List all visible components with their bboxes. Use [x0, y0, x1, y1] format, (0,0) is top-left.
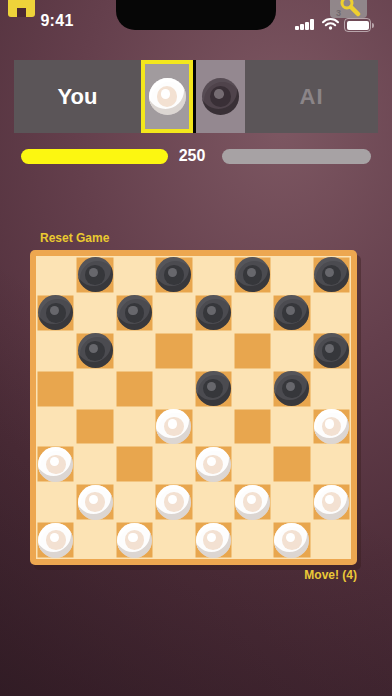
- you-score-bar: [21, 149, 168, 164]
- battery-fill: [347, 21, 369, 30]
- board-square-dark[interactable]: [75, 408, 114, 446]
- board-square-dark[interactable]: [36, 294, 75, 332]
- board-grid: [36, 256, 351, 559]
- ai-label-cell: AI: [245, 60, 378, 133]
- board-square-dark[interactable]: [233, 256, 272, 294]
- board-square-dark[interactable]: [75, 256, 114, 294]
- score-row: 250: [0, 149, 392, 165]
- board-square-light: [115, 256, 154, 294]
- board-square-light: [194, 332, 233, 370]
- board-square-dark[interactable]: [154, 483, 193, 521]
- signal-icon: [295, 19, 317, 30]
- board-square-light: [75, 370, 114, 408]
- board-square-light: [233, 370, 272, 408]
- score-value: 250: [170, 147, 214, 165]
- board-square-light: [75, 294, 114, 332]
- board-square-light: [312, 521, 351, 559]
- black-checker[interactable]: [235, 257, 270, 292]
- board-square-dark[interactable]: [272, 370, 311, 408]
- white-piece-option[interactable]: [141, 60, 193, 133]
- white-checker[interactable]: [78, 485, 113, 520]
- board-square-dark[interactable]: [233, 483, 272, 521]
- battery-tip: [372, 23, 375, 28]
- board-square-light: [194, 483, 233, 521]
- board-square-light: [233, 521, 272, 559]
- board-square-dark[interactable]: [154, 332, 193, 370]
- board-square-dark[interactable]: [154, 256, 193, 294]
- black-checker-icon: [202, 78, 239, 115]
- board-square-dark[interactable]: [233, 332, 272, 370]
- board-square-light: [36, 332, 75, 370]
- white-checker[interactable]: [196, 447, 231, 482]
- white-checker[interactable]: [314, 485, 349, 520]
- white-checker[interactable]: [274, 523, 309, 558]
- white-checker[interactable]: [117, 523, 152, 558]
- player-bar: You AI: [14, 60, 378, 133]
- board-square-dark[interactable]: [233, 408, 272, 446]
- board-square-light: [272, 483, 311, 521]
- magnifier-badge[interactable]: 3: [330, 0, 367, 18]
- board-square-dark[interactable]: [75, 332, 114, 370]
- black-checker[interactable]: [274, 295, 309, 330]
- checkers-board: [30, 250, 357, 565]
- white-checker[interactable]: [38, 447, 73, 482]
- board-square-light: [154, 370, 193, 408]
- board-square-light: [233, 445, 272, 483]
- reset-game-button[interactable]: Reset Game: [40, 231, 109, 245]
- you-label-cell: You: [14, 60, 141, 133]
- black-checker[interactable]: [78, 333, 113, 368]
- board-square-light: [312, 445, 351, 483]
- white-checker[interactable]: [235, 485, 270, 520]
- magnifier-icon: [338, 0, 362, 17]
- board-square-light: [75, 521, 114, 559]
- ai-score-bar: [222, 149, 371, 164]
- ai-label: AI: [300, 84, 324, 110]
- board-square-dark[interactable]: [194, 294, 233, 332]
- white-checker[interactable]: [196, 523, 231, 558]
- board-square-dark[interactable]: [194, 521, 233, 559]
- white-checker[interactable]: [156, 409, 191, 444]
- black-checker[interactable]: [78, 257, 113, 292]
- board-square-light: [272, 408, 311, 446]
- board-square-light: [36, 256, 75, 294]
- white-checker[interactable]: [38, 523, 73, 558]
- board-square-dark[interactable]: [115, 445, 154, 483]
- black-checker[interactable]: [314, 333, 349, 368]
- board-square-dark[interactable]: [36, 521, 75, 559]
- board-square-light: [154, 521, 193, 559]
- board-square-dark[interactable]: [312, 483, 351, 521]
- board-square-light: [233, 294, 272, 332]
- board-square-light: [36, 408, 75, 446]
- board-square-light: [75, 445, 114, 483]
- board-square-light: [194, 256, 233, 294]
- board-square-light: [154, 445, 193, 483]
- black-checker[interactable]: [38, 295, 73, 330]
- black-checker[interactable]: [196, 371, 231, 406]
- battery-icon: [344, 18, 371, 32]
- black-checker[interactable]: [274, 371, 309, 406]
- board-square-light: [312, 370, 351, 408]
- board-square-dark[interactable]: [312, 256, 351, 294]
- board-square-dark[interactable]: [154, 408, 193, 446]
- board-square-dark[interactable]: [272, 521, 311, 559]
- device-notch: [116, 0, 276, 30]
- board-square-dark[interactable]: [36, 445, 75, 483]
- badge-count: 3: [336, 9, 341, 18]
- move-status: Move! (4): [304, 568, 357, 582]
- white-checker[interactable]: [156, 485, 191, 520]
- white-checker-icon: [149, 78, 186, 115]
- home-icon-notch: [17, 8, 26, 17]
- wifi-icon: [322, 18, 339, 30]
- black-checker[interactable]: [196, 295, 231, 330]
- board-square-light: [312, 294, 351, 332]
- white-checker[interactable]: [314, 409, 349, 444]
- board-square-light: [194, 408, 233, 446]
- board-square-dark[interactable]: [194, 445, 233, 483]
- board-square-dark[interactable]: [272, 294, 311, 332]
- board-square-light: [115, 408, 154, 446]
- board-square-dark[interactable]: [36, 370, 75, 408]
- board-square-dark[interactable]: [115, 521, 154, 559]
- board-square-light: [272, 332, 311, 370]
- black-checker[interactable]: [314, 257, 349, 292]
- black-piece-option[interactable]: [193, 60, 245, 133]
- board-square-dark[interactable]: [75, 483, 114, 521]
- board-square-dark[interactable]: [312, 408, 351, 446]
- board-square-dark[interactable]: [272, 445, 311, 483]
- board-square-dark[interactable]: [115, 294, 154, 332]
- screen: 9:41 3 You AI 250 Reset Game Mov: [0, 0, 392, 696]
- black-checker[interactable]: [117, 295, 152, 330]
- board-square-dark[interactable]: [194, 370, 233, 408]
- board-square-light: [154, 294, 193, 332]
- black-checker[interactable]: [156, 257, 191, 292]
- board-square-light: [272, 256, 311, 294]
- board-square-light: [115, 332, 154, 370]
- board-square-dark[interactable]: [312, 332, 351, 370]
- board-square-dark[interactable]: [115, 370, 154, 408]
- time-label: 9:41: [27, 12, 87, 30]
- board-square-light: [115, 483, 154, 521]
- board-square-light: [36, 483, 75, 521]
- you-label: You: [58, 84, 98, 110]
